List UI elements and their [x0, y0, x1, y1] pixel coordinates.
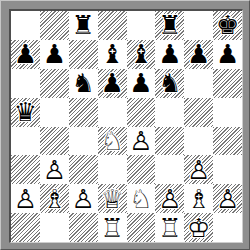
- piece-white-pawn: ♙: [11, 184, 40, 213]
- square-f4[interactable]: [155, 127, 184, 156]
- piece-black-knight: ♞: [155, 69, 184, 98]
- square-f6[interactable]: ♞: [155, 69, 184, 98]
- square-e5[interactable]: [127, 98, 156, 127]
- square-a2[interactable]: ♟♙: [11, 184, 40, 213]
- piece-white-knight: ♘: [127, 184, 156, 213]
- white-pawn-fill: ♟: [213, 184, 242, 213]
- piece-white-queen: ♕: [98, 184, 127, 213]
- square-g1[interactable]: ♚♔: [184, 213, 213, 242]
- white-pawn-fill: ♟: [11, 184, 40, 213]
- square-e3[interactable]: [127, 155, 156, 184]
- piece-black-pawn: ♟: [213, 40, 242, 69]
- piece-black-pawn: ♟: [155, 40, 184, 69]
- square-f2[interactable]: ♟♙: [155, 184, 184, 213]
- piece-white-pawn: ♙: [69, 184, 98, 213]
- square-e1[interactable]: [127, 213, 156, 242]
- square-a3[interactable]: [11, 155, 40, 184]
- square-b4[interactable]: [40, 127, 69, 156]
- square-e2[interactable]: ♞♘: [127, 184, 156, 213]
- square-b7[interactable]: ♟: [40, 40, 69, 69]
- square-g2[interactable]: ♝♗: [184, 184, 213, 213]
- square-e7[interactable]: ♝: [127, 40, 156, 69]
- square-h3[interactable]: [213, 155, 242, 184]
- square-d1[interactable]: ♜♖: [98, 213, 127, 242]
- square-a5[interactable]: ♛: [11, 98, 40, 127]
- square-g8[interactable]: [184, 11, 213, 40]
- square-c6[interactable]: ♞: [69, 69, 98, 98]
- piece-black-queen: ♛: [11, 98, 40, 127]
- square-c1[interactable]: [69, 213, 98, 242]
- square-e4[interactable]: ♟♙: [127, 127, 156, 156]
- square-c4[interactable]: [69, 127, 98, 156]
- square-f3[interactable]: [155, 155, 184, 184]
- square-d6[interactable]: ♟: [98, 69, 127, 98]
- piece-white-king: ♔: [184, 213, 213, 242]
- square-b3[interactable]: ♟♙: [40, 155, 69, 184]
- piece-white-rook: ♖: [155, 213, 184, 242]
- square-g3[interactable]: ♟♙: [184, 155, 213, 184]
- square-d3[interactable]: [98, 155, 127, 184]
- piece-white-bishop: ♗: [40, 184, 69, 213]
- piece-black-bishop: ♝: [98, 40, 127, 69]
- square-h1[interactable]: [213, 213, 242, 242]
- piece-black-pawn: ♟: [11, 40, 40, 69]
- white-knight-fill: ♞: [127, 184, 156, 213]
- piece-white-pawn: ♙: [155, 184, 184, 213]
- square-g4[interactable]: [184, 127, 213, 156]
- square-a7[interactable]: ♟: [11, 40, 40, 69]
- square-h8[interactable]: ♚: [213, 11, 242, 40]
- piece-black-king: ♚: [213, 11, 242, 40]
- white-rook-fill: ♜: [155, 213, 184, 242]
- square-g6[interactable]: [184, 69, 213, 98]
- square-h5[interactable]: [213, 98, 242, 127]
- square-f1[interactable]: ♜♖: [155, 213, 184, 242]
- white-pawn-fill: ♟: [184, 155, 213, 184]
- square-a6[interactable]: [11, 69, 40, 98]
- piece-black-pawn: ♟: [184, 40, 213, 69]
- chess-diagram-frame: ♜♜♚♟♟♝♝♟♟♟♞♟♟♞♛♞♘♟♙♟♙♟♙♟♙♝♗♟♙♛♕♞♘♟♙♝♗♟♙♜…: [0, 0, 250, 250]
- square-a1[interactable]: [11, 213, 40, 242]
- piece-black-pawn: ♟: [98, 69, 127, 98]
- square-f7[interactable]: ♟: [155, 40, 184, 69]
- square-f8[interactable]: ♜: [155, 11, 184, 40]
- piece-white-pawn: ♙: [127, 127, 156, 156]
- square-c8[interactable]: ♜: [69, 11, 98, 40]
- piece-white-knight: ♘: [98, 127, 127, 156]
- square-h4[interactable]: [213, 127, 242, 156]
- square-d4[interactable]: ♞♘: [98, 127, 127, 156]
- white-queen-fill: ♛: [98, 184, 127, 213]
- square-b5[interactable]: [40, 98, 69, 127]
- white-knight-fill: ♞: [98, 127, 127, 156]
- chess-board: ♜♜♚♟♟♝♝♟♟♟♞♟♟♞♛♞♘♟♙♟♙♟♙♟♙♝♗♟♙♛♕♞♘♟♙♝♗♟♙♜…: [9, 9, 243, 243]
- piece-white-bishop: ♗: [184, 184, 213, 213]
- piece-white-pawn: ♙: [40, 155, 69, 184]
- white-pawn-fill: ♟: [40, 155, 69, 184]
- square-c7[interactable]: [69, 40, 98, 69]
- square-b8[interactable]: [40, 11, 69, 40]
- square-d5[interactable]: [98, 98, 127, 127]
- square-d2[interactable]: ♛♕: [98, 184, 127, 213]
- square-e6[interactable]: ♟: [127, 69, 156, 98]
- square-c2[interactable]: ♟♙: [69, 184, 98, 213]
- piece-black-pawn: ♟: [127, 69, 156, 98]
- square-d8[interactable]: [98, 11, 127, 40]
- square-d7[interactable]: ♝: [98, 40, 127, 69]
- white-pawn-fill: ♟: [69, 184, 98, 213]
- piece-black-knight: ♞: [69, 69, 98, 98]
- square-a8[interactable]: [11, 11, 40, 40]
- square-e8[interactable]: [127, 11, 156, 40]
- white-pawn-fill: ♟: [155, 184, 184, 213]
- piece-white-rook: ♖: [98, 213, 127, 242]
- piece-black-rook: ♜: [69, 11, 98, 40]
- piece-white-pawn: ♙: [213, 184, 242, 213]
- square-b1[interactable]: [40, 213, 69, 242]
- piece-black-rook: ♜: [155, 11, 184, 40]
- white-rook-fill: ♜: [98, 213, 127, 242]
- square-b2[interactable]: ♝♗: [40, 184, 69, 213]
- square-c5[interactable]: [69, 98, 98, 127]
- square-b6[interactable]: [40, 69, 69, 98]
- square-c3[interactable]: [69, 155, 98, 184]
- white-bishop-fill: ♝: [184, 184, 213, 213]
- piece-black-bishop: ♝: [127, 40, 156, 69]
- white-pawn-fill: ♟: [127, 127, 156, 156]
- square-h6[interactable]: [213, 69, 242, 98]
- piece-white-pawn: ♙: [184, 155, 213, 184]
- square-h2[interactable]: ♟♙: [213, 184, 242, 213]
- square-g5[interactable]: [184, 98, 213, 127]
- white-bishop-fill: ♝: [40, 184, 69, 213]
- square-f5[interactable]: [155, 98, 184, 127]
- piece-black-pawn: ♟: [40, 40, 69, 69]
- white-king-fill: ♚: [184, 213, 213, 242]
- square-a4[interactable]: [11, 127, 40, 156]
- square-g7[interactable]: ♟: [184, 40, 213, 69]
- square-h7[interactable]: ♟: [213, 40, 242, 69]
